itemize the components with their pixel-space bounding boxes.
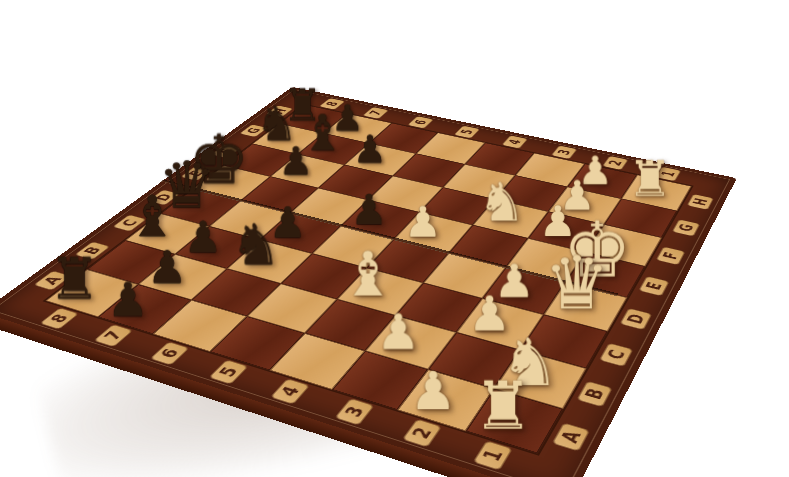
piece-white-pawn-a2[interactable]: ♟ xyxy=(410,365,457,417)
piece-black-bishop-c8[interactable]: ♝ xyxy=(127,189,178,245)
rank-label-bottom-5: 5 xyxy=(208,359,248,384)
piece-white-knight-f3[interactable]: ♞ xyxy=(478,177,526,230)
piece-black-pawn-e5[interactable]: ♟ xyxy=(350,189,387,231)
rank-label-bottom-4: 4 xyxy=(270,378,310,404)
product-photo-stage: 88HH77GG66FF55EE44DD33CC22BB11AA♜♟♟♜♞♝♟♟… xyxy=(0,0,789,477)
rank-label-bottom-7: 7 xyxy=(93,324,133,347)
piece-black-pawn-b7[interactable]: ♟ xyxy=(147,245,187,290)
piece-white-rook-h1[interactable]: ♜ xyxy=(628,154,672,203)
piece-black-pawn-f7[interactable]: ♟ xyxy=(279,142,314,181)
file-label-right-E: E xyxy=(638,276,669,296)
board-scene: 88HH77GG66FF55EE44DD33CC22BB11AA♜♟♟♜♞♝♟♟… xyxy=(114,0,674,477)
file-label-right-G: G xyxy=(672,219,700,236)
rank-label-bottom-3: 3 xyxy=(334,398,374,426)
file-label-right-D: D xyxy=(620,308,653,330)
piece-black-pawn-g6[interactable]: ♟ xyxy=(353,131,387,169)
piece-black-pawn-c7[interactable]: ♟ xyxy=(184,216,223,259)
rank-label-bottom-8: 8 xyxy=(39,308,79,330)
piece-white-rook-a1[interactable]: ♜ xyxy=(473,373,533,439)
piece-white-queen-d1[interactable]: ♛ xyxy=(544,247,610,320)
piece-white-pawn-e4[interactable]: ♟ xyxy=(404,202,442,244)
piece-white-pawn-b3[interactable]: ♟ xyxy=(376,309,420,358)
file-label-right-B: B xyxy=(576,381,612,407)
rank-label-bottom-6: 6 xyxy=(150,341,190,365)
file-label-right-F: F xyxy=(656,246,686,265)
file-label-right-C: C xyxy=(599,343,633,367)
file-label-right-A: A xyxy=(552,422,590,451)
file-label-right-H: H xyxy=(687,194,714,210)
piece-black-rook-a8[interactable]: ♜ xyxy=(49,250,100,307)
square-a1[interactable]: ♜ xyxy=(466,389,563,454)
piece-black-pawn-a7[interactable]: ♟ xyxy=(107,276,149,323)
piece-black-knight-c6[interactable]: ♞ xyxy=(230,217,281,274)
piece-white-bishop-c4[interactable]: ♝ xyxy=(341,244,396,305)
